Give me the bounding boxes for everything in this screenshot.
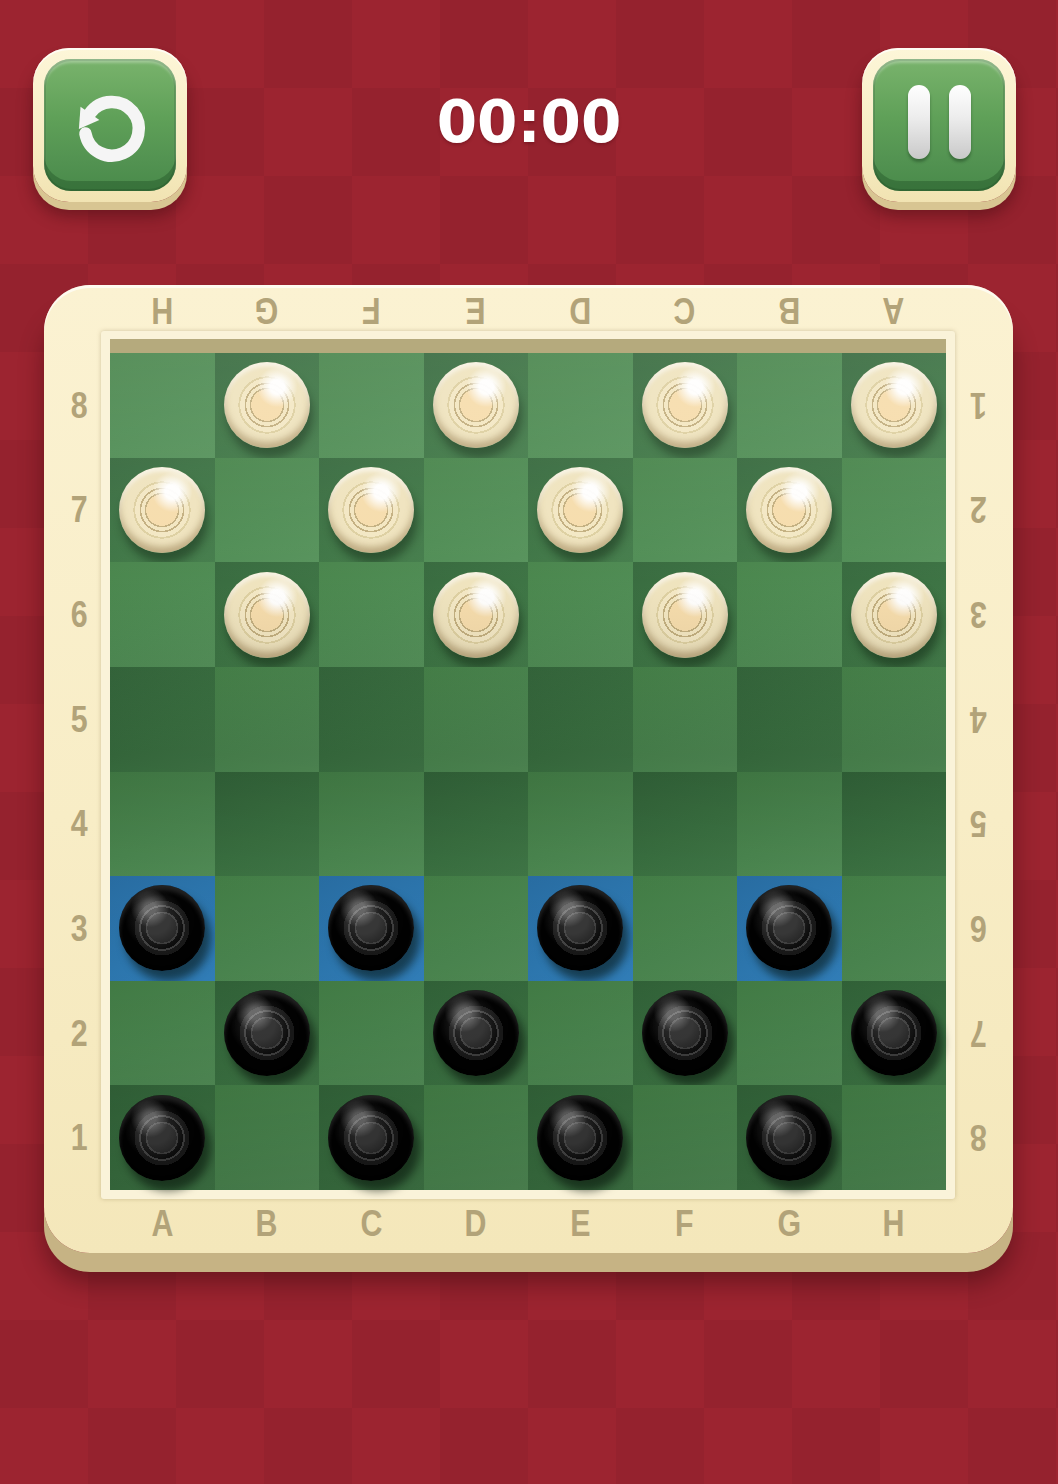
square-g6 xyxy=(737,562,842,667)
square-h3 xyxy=(842,876,947,981)
rank-label-right-1: 1 xyxy=(970,387,987,424)
file-label-top-a: A xyxy=(883,292,905,329)
square-f7 xyxy=(633,458,738,563)
square-b7 xyxy=(215,458,320,563)
rank-label-left-3: 3 xyxy=(71,910,88,947)
square-a1[interactable] xyxy=(110,1085,215,1190)
square-c1[interactable] xyxy=(319,1085,424,1190)
file-label-bottom-b: B xyxy=(256,1205,278,1242)
white-man-d8[interactable] xyxy=(433,362,519,448)
square-f8[interactable] xyxy=(633,353,738,458)
pause-button[interactable] xyxy=(862,48,1016,202)
pause-bar-left xyxy=(908,85,930,159)
rank-label-left-5: 5 xyxy=(71,701,88,738)
white-man-c7[interactable] xyxy=(328,467,414,553)
black-man-e3[interactable] xyxy=(537,885,623,971)
square-f6[interactable] xyxy=(633,562,738,667)
rank-label-right-2: 2 xyxy=(970,491,987,528)
square-g1[interactable] xyxy=(737,1085,842,1190)
rank-label-right-8: 8 xyxy=(970,1119,987,1156)
square-d3 xyxy=(424,876,529,981)
square-e4 xyxy=(528,772,633,877)
white-man-h6[interactable] xyxy=(851,572,937,658)
file-label-top-e: E xyxy=(466,292,486,329)
white-man-b6[interactable] xyxy=(224,572,310,658)
square-a2 xyxy=(110,981,215,1086)
file-label-bottom-d: D xyxy=(465,1205,487,1242)
rank-label-left-8: 8 xyxy=(71,387,88,424)
square-a6 xyxy=(110,562,215,667)
square-c4 xyxy=(319,772,424,877)
square-b2[interactable] xyxy=(215,981,320,1086)
file-label-bottom-c: C xyxy=(360,1205,382,1242)
rank-label-left-2: 2 xyxy=(71,1015,88,1052)
black-man-b2[interactable] xyxy=(224,990,310,1076)
square-f2[interactable] xyxy=(633,981,738,1086)
white-man-b8[interactable] xyxy=(224,362,310,448)
rank-label-right-7: 7 xyxy=(970,1015,987,1052)
square-b3 xyxy=(215,876,320,981)
square-d7 xyxy=(424,458,529,563)
square-d5 xyxy=(424,667,529,772)
square-h6[interactable] xyxy=(842,562,947,667)
file-label-top-b: B xyxy=(778,292,800,329)
black-man-h2[interactable] xyxy=(851,990,937,1076)
square-c2 xyxy=(319,981,424,1086)
square-e6 xyxy=(528,562,633,667)
pause-bar-right xyxy=(949,85,971,159)
file-label-top-h: H xyxy=(151,292,173,329)
rank-label-right-5: 5 xyxy=(970,805,987,842)
square-h4[interactable] xyxy=(842,772,947,877)
file-label-bottom-e: E xyxy=(570,1205,590,1242)
square-e3[interactable] xyxy=(528,876,633,981)
rank-label-left-6: 6 xyxy=(71,596,88,633)
square-h1 xyxy=(842,1085,947,1190)
square-a8 xyxy=(110,353,215,458)
black-man-a3[interactable] xyxy=(119,885,205,971)
black-man-d2[interactable] xyxy=(433,990,519,1076)
square-b1 xyxy=(215,1085,320,1190)
square-d2[interactable] xyxy=(424,981,529,1086)
file-label-top-d: D xyxy=(569,292,591,329)
pause-icon xyxy=(908,85,971,159)
white-man-d6[interactable] xyxy=(433,572,519,658)
board-frame: HGFEDCBA 87654321 12345678 ABCDEFGH xyxy=(44,285,1013,1253)
square-d8[interactable] xyxy=(424,353,529,458)
square-c8 xyxy=(319,353,424,458)
square-g8 xyxy=(737,353,842,458)
white-man-e7[interactable] xyxy=(537,467,623,553)
black-man-a1[interactable] xyxy=(119,1095,205,1181)
square-g2 xyxy=(737,981,842,1086)
white-man-f8[interactable] xyxy=(642,362,728,448)
rank-label-left-4: 4 xyxy=(71,805,88,842)
rank-label-right-3: 3 xyxy=(970,596,987,633)
square-f1 xyxy=(633,1085,738,1190)
file-label-bottom-h: H xyxy=(883,1205,905,1242)
square-f5 xyxy=(633,667,738,772)
black-man-c3[interactable] xyxy=(328,885,414,971)
square-e8 xyxy=(528,353,633,458)
square-h2[interactable] xyxy=(842,981,947,1086)
file-label-bottom-a: A xyxy=(151,1205,173,1242)
square-e7[interactable] xyxy=(528,458,633,563)
square-b5 xyxy=(215,667,320,772)
square-g7[interactable] xyxy=(737,458,842,563)
square-e1[interactable] xyxy=(528,1085,633,1190)
black-man-g1[interactable] xyxy=(746,1095,832,1181)
file-label-top-g: G xyxy=(255,292,279,329)
black-man-e1[interactable] xyxy=(537,1095,623,1181)
square-e2 xyxy=(528,981,633,1086)
rank-labels-left: 87654321 xyxy=(56,353,102,1190)
square-e5[interactable] xyxy=(528,667,633,772)
black-man-c1[interactable] xyxy=(328,1095,414,1181)
square-h7 xyxy=(842,458,947,563)
square-c6 xyxy=(319,562,424,667)
file-label-top-c: C xyxy=(674,292,696,329)
white-man-f6[interactable] xyxy=(642,572,728,658)
square-a5[interactable] xyxy=(110,667,215,772)
board-top-shadow-strip xyxy=(110,339,946,353)
square-c3[interactable] xyxy=(319,876,424,981)
square-b6[interactable] xyxy=(215,562,320,667)
square-f4[interactable] xyxy=(633,772,738,877)
black-man-f2[interactable] xyxy=(642,990,728,1076)
square-a4 xyxy=(110,772,215,877)
white-man-g7[interactable] xyxy=(746,467,832,553)
square-d4[interactable] xyxy=(424,772,529,877)
square-g4 xyxy=(737,772,842,877)
file-labels-top: HGFEDCBA xyxy=(110,287,946,333)
file-label-bottom-g: G xyxy=(777,1205,801,1242)
square-d6[interactable] xyxy=(424,562,529,667)
rank-label-right-4: 4 xyxy=(970,701,987,738)
square-h8[interactable] xyxy=(842,353,947,458)
rank-labels-right: 12345678 xyxy=(955,353,1001,1190)
file-label-top-f: F xyxy=(362,292,381,329)
square-g3[interactable] xyxy=(737,876,842,981)
checkers-board xyxy=(110,353,946,1190)
white-man-h8[interactable] xyxy=(851,362,937,448)
square-b4[interactable] xyxy=(215,772,320,877)
square-a3[interactable] xyxy=(110,876,215,981)
square-f3 xyxy=(633,876,738,981)
rank-label-left-7: 7 xyxy=(71,491,88,528)
square-d1 xyxy=(424,1085,529,1190)
black-man-g3[interactable] xyxy=(746,885,832,971)
square-c5[interactable] xyxy=(319,667,424,772)
square-b8[interactable] xyxy=(215,353,320,458)
square-g5[interactable] xyxy=(737,667,842,772)
file-label-bottom-f: F xyxy=(675,1205,694,1242)
file-labels-bottom: ABCDEFGH xyxy=(110,1201,946,1245)
square-c7[interactable] xyxy=(319,458,424,563)
square-a7[interactable] xyxy=(110,458,215,563)
square-h5 xyxy=(842,667,947,772)
pause-button-face xyxy=(873,59,1005,191)
white-man-a7[interactable] xyxy=(119,467,205,553)
rank-label-left-1: 1 xyxy=(71,1119,88,1156)
rank-label-right-6: 6 xyxy=(970,910,987,947)
game-screen: 00:00 HGFEDCBA 87654321 12345678 ABCDEFG… xyxy=(0,0,1058,1484)
